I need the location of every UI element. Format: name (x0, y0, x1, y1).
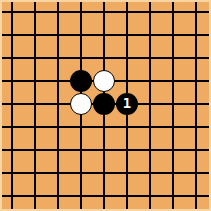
grid-line-horizontal (2, 126, 209, 128)
stone-black-move-1: 1 (116, 93, 138, 115)
grid-line-horizontal (2, 34, 209, 36)
grid-line-horizontal (2, 172, 209, 174)
grid-line-horizontal (2, 57, 209, 59)
stone-white (70, 93, 92, 115)
stone-white (93, 70, 115, 92)
grid-line-horizontal (2, 149, 209, 151)
go-board-grid: 1 (2, 2, 209, 209)
stone-black (93, 93, 115, 115)
grid-line-horizontal (2, 11, 209, 13)
move-number-label: 1 (116, 93, 138, 115)
stone-black (70, 70, 92, 92)
grid-line-horizontal (2, 195, 209, 197)
go-board-diagram: 1 (0, 0, 211, 211)
